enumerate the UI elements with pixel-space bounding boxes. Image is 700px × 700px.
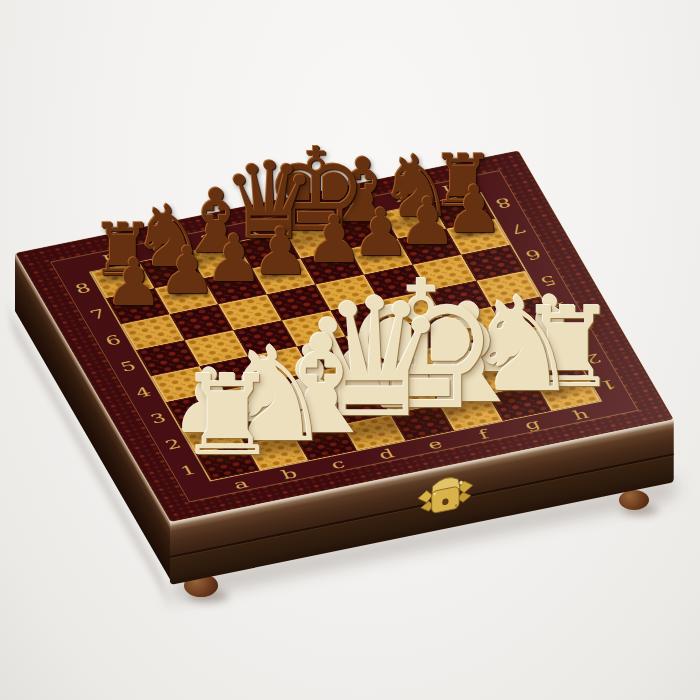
box-foot-right bbox=[619, 490, 649, 510]
product-photo: aabbccddeeffgghh1122334455667788 ♜♞♝♛♚♝♞… bbox=[0, 0, 700, 700]
piece-black-pawn-b7[interactable]: ♟ bbox=[158, 238, 217, 303]
piece-black-pawn-a7[interactable]: ♟ bbox=[104, 250, 163, 315]
gold-clasp-icon bbox=[417, 470, 474, 522]
piece-white-rook-a1[interactable]: ♜ bbox=[178, 361, 277, 472]
